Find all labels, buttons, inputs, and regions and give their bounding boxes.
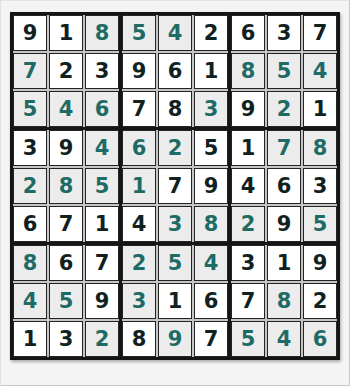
- cell-r6c1[interactable]: 6: [13, 206, 47, 242]
- cell-r5c6[interactable]: 9: [194, 168, 228, 204]
- cell-r6c7[interactable]: 2: [231, 206, 265, 242]
- cell-r5c1[interactable]: 2: [13, 168, 47, 204]
- cell-r2c3[interactable]: 3: [85, 53, 119, 89]
- sudoku-board: 9187235465429617836378549213942856716251…: [10, 12, 340, 360]
- cell-r8c9[interactable]: 2: [303, 283, 337, 319]
- cell-r4c2[interactable]: 9: [49, 130, 83, 166]
- cell-r7c4[interactable]: 2: [122, 245, 156, 281]
- cell-r2c2[interactable]: 2: [49, 53, 83, 89]
- cell-r3c5[interactable]: 8: [158, 91, 192, 127]
- cell-r9c9[interactable]: 6: [303, 321, 337, 357]
- cell-r5c5[interactable]: 7: [158, 168, 192, 204]
- cell-r2c9[interactable]: 4: [303, 53, 337, 89]
- cell-r3c8[interactable]: 2: [267, 91, 301, 127]
- cell-r7c8[interactable]: 1: [267, 245, 301, 281]
- sudoku-page: 9187235465429617836378549213942856716251…: [0, 0, 350, 386]
- cell-r7c6[interactable]: 4: [194, 245, 228, 281]
- cell-r7c1[interactable]: 8: [13, 245, 47, 281]
- cell-r9c7[interactable]: 5: [231, 321, 265, 357]
- cell-r5c8[interactable]: 6: [267, 168, 301, 204]
- cell-r8c3[interactable]: 9: [85, 283, 119, 319]
- cell-r3c6[interactable]: 3: [194, 91, 228, 127]
- cell-r4c5[interactable]: 2: [158, 130, 192, 166]
- cell-r3c4[interactable]: 7: [122, 91, 156, 127]
- cell-r8c8[interactable]: 8: [267, 283, 301, 319]
- cell-r1c6[interactable]: 2: [194, 15, 228, 51]
- box-6: 178463295: [231, 130, 337, 242]
- cell-r6c2[interactable]: 7: [49, 206, 83, 242]
- cell-r9c8[interactable]: 4: [267, 321, 301, 357]
- box-9: 319782546: [231, 245, 337, 357]
- box-1: 918723546: [13, 15, 119, 127]
- cell-r1c5[interactable]: 4: [158, 15, 192, 51]
- cell-r3c1[interactable]: 5: [13, 91, 47, 127]
- cell-r3c9[interactable]: 1: [303, 91, 337, 127]
- cell-r7c2[interactable]: 6: [49, 245, 83, 281]
- cell-r5c9[interactable]: 3: [303, 168, 337, 204]
- cell-r6c9[interactable]: 5: [303, 206, 337, 242]
- box-4: 394285671: [13, 130, 119, 242]
- cell-r6c8[interactable]: 9: [267, 206, 301, 242]
- cell-r4c4[interactable]: 6: [122, 130, 156, 166]
- cell-r2c6[interactable]: 1: [194, 53, 228, 89]
- cell-r4c3[interactable]: 4: [85, 130, 119, 166]
- cell-r9c1[interactable]: 1: [13, 321, 47, 357]
- cell-r2c1[interactable]: 7: [13, 53, 47, 89]
- cell-r3c3[interactable]: 6: [85, 91, 119, 127]
- cell-r6c5[interactable]: 3: [158, 206, 192, 242]
- cell-r4c8[interactable]: 7: [267, 130, 301, 166]
- cell-r1c4[interactable]: 5: [122, 15, 156, 51]
- cell-r9c6[interactable]: 7: [194, 321, 228, 357]
- cell-r1c1[interactable]: 9: [13, 15, 47, 51]
- cell-r6c6[interactable]: 8: [194, 206, 228, 242]
- cell-r9c3[interactable]: 2: [85, 321, 119, 357]
- cell-r8c2[interactable]: 5: [49, 283, 83, 319]
- cell-r9c4[interactable]: 8: [122, 321, 156, 357]
- cell-r5c3[interactable]: 5: [85, 168, 119, 204]
- cell-r5c4[interactable]: 1: [122, 168, 156, 204]
- cell-r8c7[interactable]: 7: [231, 283, 265, 319]
- cell-r2c8[interactable]: 5: [267, 53, 301, 89]
- cell-r9c2[interactable]: 3: [49, 321, 83, 357]
- cell-r8c6[interactable]: 6: [194, 283, 228, 319]
- cell-r2c5[interactable]: 6: [158, 53, 192, 89]
- cell-r2c7[interactable]: 8: [231, 53, 265, 89]
- cell-r4c6[interactable]: 5: [194, 130, 228, 166]
- cell-r6c3[interactable]: 1: [85, 206, 119, 242]
- cell-r8c1[interactable]: 4: [13, 283, 47, 319]
- cell-r1c3[interactable]: 8: [85, 15, 119, 51]
- cell-r4c1[interactable]: 3: [13, 130, 47, 166]
- cell-r1c9[interactable]: 7: [303, 15, 337, 51]
- box-3: 637854921: [231, 15, 337, 127]
- cell-r8c5[interactable]: 1: [158, 283, 192, 319]
- box-7: 867459132: [13, 245, 119, 357]
- cell-r4c7[interactable]: 1: [231, 130, 265, 166]
- cell-r5c7[interactable]: 4: [231, 168, 265, 204]
- cell-r3c2[interactable]: 4: [49, 91, 83, 127]
- box-2: 542961783: [122, 15, 228, 127]
- cell-r1c7[interactable]: 6: [231, 15, 265, 51]
- cell-r1c8[interactable]: 3: [267, 15, 301, 51]
- cell-r5c2[interactable]: 8: [49, 168, 83, 204]
- cell-r3c7[interactable]: 9: [231, 91, 265, 127]
- cell-r6c4[interactable]: 4: [122, 206, 156, 242]
- cell-r7c7[interactable]: 3: [231, 245, 265, 281]
- cell-r7c3[interactable]: 7: [85, 245, 119, 281]
- cell-r8c4[interactable]: 3: [122, 283, 156, 319]
- cell-r7c5[interactable]: 5: [158, 245, 192, 281]
- box-8: 254316897: [122, 245, 228, 357]
- box-5: 625179438: [122, 130, 228, 242]
- cell-r2c4[interactable]: 9: [122, 53, 156, 89]
- cell-r9c5[interactable]: 9: [158, 321, 192, 357]
- cell-r4c9[interactable]: 8: [303, 130, 337, 166]
- cell-r7c9[interactable]: 9: [303, 245, 337, 281]
- cell-r1c2[interactable]: 1: [49, 15, 83, 51]
